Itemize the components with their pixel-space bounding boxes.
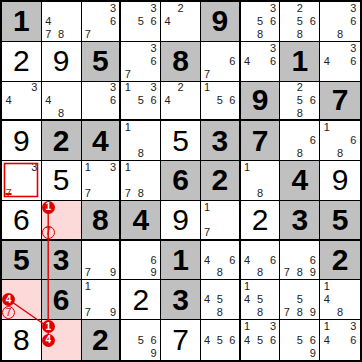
candidate-empty: [213, 213, 226, 226]
candidate-empty: [94, 254, 107, 267]
candidate-grid: 36: [82, 82, 120, 120]
candidate-empty: [280, 254, 293, 267]
candidate-3: 3: [107, 2, 120, 15]
candidate-grid: 68: [280, 121, 319, 160]
candidate-empty: [134, 107, 147, 120]
candidate-6: 6: [306, 254, 319, 267]
cell-r5c6[interactable]: 2: [201, 161, 241, 201]
candidate-empty: [134, 55, 147, 68]
cell-r7c8[interactable]: 6789: [280, 241, 320, 281]
candidate-empty: [94, 94, 107, 107]
cell-r4c5[interactable]: 5: [161, 121, 201, 161]
candidate-empty: [241, 347, 254, 360]
chain-node-candidate-1: 1: [42, 320, 55, 333]
cell-r8c5[interactable]: 3: [161, 280, 201, 320]
candidate-empty: [94, 267, 107, 280]
candidate-8: 8: [293, 107, 306, 120]
chain-node-candidate-4: 4: [42, 334, 55, 347]
solved-digit: 2: [13, 46, 30, 76]
candidate-empty: [82, 174, 95, 187]
cell-r4c6[interactable]: 3: [201, 121, 241, 161]
candidate-empty: [333, 333, 346, 346]
candidate-empty: [121, 347, 134, 360]
candidate-empty: [121, 267, 134, 280]
candidate-empty: [147, 320, 160, 333]
cell-r9c1[interactable]: 8: [2, 320, 42, 360]
candidate-empty: [241, 241, 254, 254]
cell-r7c7[interactable]: 468: [241, 241, 281, 281]
candidate-empty: [147, 161, 160, 174]
cell-r2c7[interactable]: 346: [241, 42, 281, 82]
candidate-empty: [15, 94, 28, 107]
candidate-empty: [147, 121, 160, 134]
cell-r2c1[interactable]: 2: [2, 42, 42, 82]
cell-r1c8[interactable]: 2568: [280, 2, 320, 42]
given-digit: 4: [92, 126, 109, 156]
candidate-empty: [2, 280, 15, 293]
candidate-empty: [68, 333, 81, 346]
candidate-empty: [55, 320, 68, 333]
given-digit: 7: [332, 85, 349, 115]
candidate-3: 3: [267, 2, 280, 15]
candidate-3: 3: [147, 42, 160, 55]
candidate-empty: [347, 28, 360, 41]
candidate-empty: [15, 174, 28, 187]
candidate-empty: [201, 320, 214, 333]
candidate-empty: [121, 254, 134, 267]
candidate-empty: [226, 280, 239, 293]
candidate-empty: [107, 293, 120, 306]
candidate-empty: [15, 293, 28, 306]
candidate-empty: [121, 28, 134, 41]
cell-r3c5[interactable]: 24: [161, 82, 201, 122]
candidate-empty: [213, 226, 226, 239]
cell-r6c5[interactable]: 9: [161, 201, 201, 241]
candidate-3: 3: [347, 42, 360, 55]
cell-r4c7[interactable]: 7: [241, 121, 281, 161]
candidate-4: 4: [2, 94, 15, 107]
candidate-grid: 179: [82, 280, 120, 319]
candidate-empty: [241, 187, 254, 200]
solved-digit: 6: [13, 205, 30, 235]
given-digit: 5: [92, 46, 109, 76]
cell-r6c3[interactable]: 8: [82, 201, 122, 241]
cell-r7c9[interactable]: 2: [320, 241, 360, 281]
cell-r5c9[interactable]: 9: [320, 161, 360, 201]
candidate-empty: [68, 28, 81, 41]
candidate-empty: [333, 15, 346, 28]
cell-r3c7[interactable]: 9: [241, 82, 281, 122]
candidate-empty: [94, 161, 107, 174]
cell-r6c6[interactable]: 17: [201, 201, 241, 241]
candidate-5: 5: [293, 15, 306, 28]
candidate-empty: [134, 241, 147, 254]
candidate-empty: [241, 15, 254, 28]
cell-r2c8[interactable]: 1: [280, 42, 320, 82]
candidate-grid: 156: [201, 82, 239, 120]
candidate-empty: [226, 68, 239, 81]
cell-r8c8[interactable]: 5789: [280, 280, 320, 320]
candidate-6: 6: [306, 134, 319, 147]
cell-r9c3[interactable]: 2: [82, 320, 122, 360]
cell-r5c3[interactable]: 137: [82, 161, 122, 201]
candidate-empty: [201, 107, 214, 120]
candidate-empty: [28, 107, 41, 120]
cell-r3c9[interactable]: 7: [320, 82, 360, 122]
given-digit: 3: [211, 126, 228, 156]
cell-r8c4[interactable]: 2: [121, 280, 161, 320]
candidate-4: 4: [201, 333, 214, 346]
candidate-empty: [254, 161, 267, 174]
candidate-empty: [55, 201, 68, 214]
cell-r9c8[interactable]: 569: [280, 320, 320, 360]
cell-r1c9[interactable]: 368: [320, 2, 360, 42]
cell-r2c3[interactable]: 5: [82, 42, 122, 82]
candidate-empty: [42, 82, 55, 95]
candidate-grid: 34: [2, 82, 41, 120]
candidate-6: 6: [306, 333, 319, 346]
candidate-empty: [280, 15, 293, 28]
cell-r2c4[interactable]: 367: [121, 42, 161, 82]
cell-r5c1[interactable]: 37: [2, 161, 42, 201]
candidate-grid: 6789: [280, 241, 319, 280]
candidate-9: 9: [147, 347, 160, 360]
given-digit: 1: [291, 46, 308, 76]
candidate-6: 6: [107, 15, 120, 28]
given-digit: 4: [291, 165, 308, 195]
candidate-empty: [254, 42, 267, 55]
candidate-empty: [226, 306, 239, 319]
candidate-grid: 17: [42, 201, 81, 239]
cell-r1c2[interactable]: 478: [42, 2, 82, 42]
candidate-3: 3: [28, 161, 41, 174]
cell-r8c9[interactable]: 148: [320, 280, 360, 320]
candidate-8: 8: [254, 187, 267, 200]
candidate-grid: 67: [201, 42, 239, 81]
candidate-empty: [107, 280, 120, 293]
cell-r2c2[interactable]: 9: [42, 42, 82, 82]
cell-r7c2[interactable]: 3: [42, 241, 82, 281]
candidate-empty: [226, 42, 239, 55]
candidate-empty: [213, 82, 226, 95]
cell-r9c4[interactable]: 569: [121, 320, 161, 360]
candidate-empty: [134, 254, 147, 267]
candidate-empty: [187, 2, 200, 15]
candidate-empty: [333, 55, 346, 68]
eliminated-candidate-7: 7: [2, 187, 15, 200]
candidate-empty: [28, 187, 41, 200]
candidate-empty: [134, 68, 147, 81]
cell-r3c6[interactable]: 156: [201, 82, 241, 122]
candidate-empty: [267, 28, 280, 41]
candidate-empty: [15, 107, 28, 120]
candidate-empty: [320, 347, 333, 360]
cell-r6c7[interactable]: 2: [241, 201, 281, 241]
candidate-7: 7: [280, 306, 293, 319]
candidate-6: 6: [306, 15, 319, 28]
candidate-empty: [241, 267, 254, 280]
candidate-empty: [333, 68, 346, 81]
candidate-empty: [147, 174, 160, 187]
candidate-empty: [68, 320, 81, 333]
candidate-6: 6: [306, 94, 319, 107]
candidate-grid: 367: [82, 2, 120, 41]
candidate-8: 8: [333, 28, 346, 41]
candidate-empty: [226, 82, 239, 95]
given-digit: 4: [132, 205, 149, 235]
candidate-8: 8: [254, 267, 267, 280]
solved-digit: 9: [53, 46, 70, 76]
candidate-empty: [267, 187, 280, 200]
cell-r4c8[interactable]: 68: [280, 121, 320, 161]
candidate-empty: [68, 2, 81, 15]
cell-r6c1[interactable]: 6: [2, 201, 42, 241]
candidate-empty: [347, 306, 360, 319]
cell-r3c2[interactable]: 48: [42, 82, 82, 122]
candidate-empty: [201, 213, 214, 226]
candidate-1: 1: [320, 320, 333, 333]
cell-r8c7[interactable]: 1458: [241, 280, 281, 320]
cell-r1c3[interactable]: 367: [82, 2, 122, 42]
candidate-empty: [241, 68, 254, 81]
candidate-grid: 168: [320, 121, 360, 160]
candidate-6: 6: [347, 134, 360, 147]
cell-r5c2[interactable]: 5: [42, 161, 82, 201]
candidate-empty: [280, 134, 293, 147]
candidate-empty: [107, 187, 120, 200]
candidate-empty: [254, 174, 267, 187]
cell-r7c3[interactable]: 79: [82, 241, 122, 281]
candidate-6: 6: [267, 333, 280, 346]
candidate-grid: 178: [121, 161, 160, 200]
sudoku-board-wrap: 1478367356249356825683682953678673461346…: [0, 0, 362, 362]
candidate-empty: [280, 333, 293, 346]
candidate-empty: [147, 68, 160, 81]
candidate-empty: [55, 15, 68, 28]
candidate-4: 4: [320, 55, 333, 68]
candidate-empty: [280, 82, 293, 95]
cell-r4c3[interactable]: 4: [82, 121, 122, 161]
cell-r4c1[interactable]: 9: [2, 121, 42, 161]
chain-node-candidate-1: 1: [42, 201, 55, 214]
candidate-empty: [94, 174, 107, 187]
candidate-empty: [2, 174, 15, 187]
candidate-grid: 18: [241, 161, 280, 200]
candidate-1: 1: [241, 161, 254, 174]
candidate-empty: [107, 28, 120, 41]
cell-r2c6[interactable]: 67: [201, 42, 241, 82]
given-digit: 1: [172, 245, 189, 275]
cell-r1c6[interactable]: 9: [201, 2, 241, 42]
sudoku-board: 1478367356249356825683682953678673461346…: [0, 0, 362, 362]
cell-r6c4[interactable]: 4: [121, 201, 161, 241]
candidate-empty: [280, 320, 293, 333]
cell-r9c9[interactable]: 1346: [320, 320, 360, 360]
cell-r8c1[interactable]: 47: [2, 280, 42, 320]
cell-r9c7[interactable]: 13456: [241, 320, 281, 360]
candidate-6: 6: [226, 55, 239, 68]
candidate-5: 5: [213, 333, 226, 346]
candidate-1: 1: [82, 280, 95, 293]
candidate-7: 7: [280, 267, 293, 280]
cell-r8c2[interactable]: 6: [42, 280, 82, 320]
candidate-empty: [161, 28, 174, 41]
candidate-empty: [293, 241, 306, 254]
cell-r3c4[interactable]: 1356: [121, 82, 161, 122]
candidate-empty: [121, 134, 134, 147]
solved-digit: 2: [132, 285, 149, 315]
candidate-6: 6: [267, 55, 280, 68]
candidate-empty: [213, 42, 226, 55]
candidate-6: 6: [226, 94, 239, 107]
cell-r1c5[interactable]: 24: [161, 2, 201, 42]
candidate-grid: 3568: [241, 2, 280, 41]
candidate-grid: 24: [161, 82, 200, 120]
cell-r3c3[interactable]: 36: [82, 82, 122, 122]
candidate-grid: 69: [121, 241, 160, 280]
candidate-empty: [306, 2, 319, 15]
candidate-8: 8: [55, 107, 68, 120]
cell-r4c4[interactable]: 18: [121, 121, 161, 161]
candidate-8: 8: [293, 267, 306, 280]
candidate-grid: 468: [241, 241, 280, 280]
candidate-empty: [134, 174, 147, 187]
cell-r4c2[interactable]: 2: [42, 121, 82, 161]
cell-r9c6[interactable]: 456: [201, 320, 241, 360]
candidate-empty: [267, 293, 280, 306]
candidate-empty: [213, 241, 226, 254]
candidate-5: 5: [254, 333, 267, 346]
candidate-1: 1: [121, 161, 134, 174]
candidate-empty: [213, 347, 226, 360]
candidate-grid: 47: [2, 280, 41, 319]
candidate-empty: [254, 280, 267, 293]
cell-r1c7[interactable]: 3568: [241, 2, 281, 42]
candidate-empty: [267, 306, 280, 319]
cell-r5c7[interactable]: 18: [241, 161, 281, 201]
candidate-empty: [68, 15, 81, 28]
cell-r2c9[interactable]: 346: [320, 42, 360, 82]
candidate-empty: [121, 320, 134, 333]
cell-r6c8[interactable]: 3: [280, 201, 320, 241]
solved-digit: 7: [172, 325, 189, 355]
candidate-empty: [121, 174, 134, 187]
candidate-empty: [320, 2, 333, 15]
candidate-empty: [333, 280, 346, 293]
cell-r9c2[interactable]: 14: [42, 320, 82, 360]
candidate-7: 7: [121, 68, 134, 81]
cell-r2c5[interactable]: 8: [161, 42, 201, 82]
given-digit: 3: [291, 205, 308, 235]
candidate-empty: [333, 134, 346, 147]
candidate-empty: [201, 241, 214, 254]
candidate-empty: [280, 347, 293, 360]
candidate-empty: [94, 280, 107, 293]
cell-r1c1[interactable]: 1: [2, 2, 42, 42]
cell-r6c9[interactable]: 5: [320, 201, 360, 241]
candidate-7: 7: [42, 28, 55, 41]
candidate-empty: [320, 68, 333, 81]
candidate-5: 5: [213, 94, 226, 107]
cell-r5c8[interactable]: 4: [280, 161, 320, 201]
given-digit: 5: [332, 205, 349, 235]
candidate-empty: [280, 94, 293, 107]
candidate-empty: [333, 42, 346, 55]
cell-r1c4[interactable]: 356: [121, 2, 161, 42]
candidate-3: 3: [147, 82, 160, 95]
candidate-8: 8: [254, 28, 267, 41]
candidate-empty: [347, 68, 360, 81]
candidate-grid: 458: [201, 280, 239, 319]
cell-r7c1[interactable]: 5: [2, 241, 42, 281]
candidate-empty: [15, 306, 28, 319]
candidate-empty: [55, 94, 68, 107]
candidate-grid: 569: [280, 320, 319, 360]
candidate-empty: [42, 2, 55, 15]
cell-r8c3[interactable]: 179: [82, 280, 122, 320]
candidate-empty: [28, 94, 41, 107]
candidate-empty: [2, 107, 15, 120]
candidate-2: 2: [293, 82, 306, 95]
candidate-empty: [134, 267, 147, 280]
cell-r9c5[interactable]: 7: [161, 320, 201, 360]
candidate-6: 6: [347, 15, 360, 28]
candidate-empty: [147, 28, 160, 41]
candidate-4: 4: [241, 333, 254, 346]
candidate-4: 4: [161, 15, 174, 28]
cell-r3c1[interactable]: 34: [2, 82, 42, 122]
candidate-empty: [347, 147, 360, 160]
cell-r3c8[interactable]: 2568: [280, 82, 320, 122]
candidate-empty: [226, 213, 239, 226]
cell-r5c4[interactable]: 178: [121, 161, 161, 201]
candidate-empty: [121, 15, 134, 28]
candidate-empty: [293, 121, 306, 134]
cell-r4c9[interactable]: 168: [320, 121, 360, 161]
cell-r7c5[interactable]: 1: [161, 241, 201, 281]
solved-digit: 9: [332, 165, 349, 195]
candidate-empty: [42, 214, 55, 226]
cell-r7c6[interactable]: 468: [201, 241, 241, 281]
cell-r5c5[interactable]: 6: [161, 161, 201, 201]
candidate-empty: [68, 82, 81, 95]
candidate-empty: [254, 320, 267, 333]
candidate-7: 7: [82, 28, 95, 41]
candidate-8: 8: [333, 147, 346, 160]
cell-r7c4[interactable]: 69: [121, 241, 161, 281]
candidate-empty: [241, 174, 254, 187]
candidate-1: 1: [82, 161, 95, 174]
candidate-4: 4: [42, 15, 55, 28]
candidate-empty: [15, 187, 28, 200]
candidate-empty: [55, 333, 68, 346]
candidate-empty: [121, 333, 134, 346]
candidate-empty: [280, 2, 293, 15]
candidate-empty: [94, 293, 107, 306]
candidate-6: 6: [147, 94, 160, 107]
candidate-grid: 2568: [280, 2, 319, 41]
cell-r8c6[interactable]: 458: [201, 280, 241, 320]
cell-r6c2[interactable]: 17: [42, 201, 82, 241]
candidate-6: 6: [226, 254, 239, 267]
candidate-empty: [213, 68, 226, 81]
candidate-9: 9: [306, 267, 319, 280]
candidate-grid: 367: [121, 42, 160, 81]
candidate-empty: [306, 28, 319, 41]
candidate-5: 5: [134, 333, 147, 346]
candidate-5: 5: [254, 15, 267, 28]
given-digit: 8: [172, 46, 189, 76]
